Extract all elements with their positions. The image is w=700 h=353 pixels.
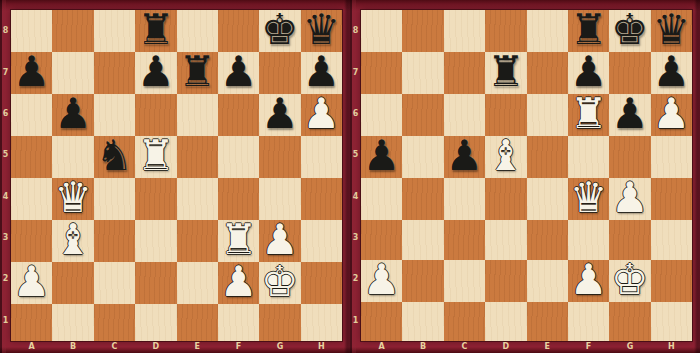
left-square-f7[interactable]: ♟: [218, 52, 259, 94]
right-square-d1[interactable]: [485, 302, 526, 342]
left-rank-label-1: 1: [0, 300, 11, 341]
left-square-b6[interactable]: ♟: [52, 94, 93, 136]
right-square-h7[interactable]: ♟: [651, 52, 692, 94]
right-square-f5[interactable]: [568, 136, 609, 178]
piece-white-rook[interactable]: ♜: [137, 135, 175, 177]
piece-white-pawn[interactable]: ♟: [363, 259, 401, 301]
left-square-d3[interactable]: [135, 220, 176, 262]
right-rank-label-7: 7: [350, 51, 361, 92]
piece-white-queen[interactable]: ♛: [54, 177, 92, 219]
left-square-c1[interactable]: [94, 304, 135, 341]
left-square-f8[interactable]: [218, 10, 259, 52]
right-square-d4[interactable]: [485, 178, 526, 220]
right-square-c4[interactable]: [444, 178, 485, 220]
left-square-b1[interactable]: [52, 304, 93, 341]
left-file-label-f: F: [218, 341, 259, 352]
right-square-h2[interactable]: [651, 260, 692, 302]
left-square-d5[interactable]: ♜: [135, 136, 176, 178]
right-square-g7[interactable]: [609, 52, 650, 94]
left-square-d8[interactable]: ♜: [135, 10, 176, 52]
right-square-e8[interactable]: [527, 10, 568, 52]
left-square-f2[interactable]: ♟: [218, 262, 259, 304]
right-square-a5[interactable]: ♟: [361, 136, 402, 178]
left-square-a7[interactable]: ♟: [11, 52, 52, 94]
right-square-b2[interactable]: [402, 260, 443, 302]
left-rank-label-7: 7: [0, 51, 11, 92]
right-square-g6[interactable]: ♟: [609, 94, 650, 136]
left-square-h4[interactable]: [301, 178, 342, 220]
left-square-e6[interactable]: [177, 94, 218, 136]
right-rank-label-4: 4: [350, 176, 361, 217]
right-square-d8[interactable]: [485, 10, 526, 52]
right-square-h1[interactable]: [651, 302, 692, 342]
right-file-label-e: E: [527, 341, 568, 352]
left-square-d4[interactable]: [135, 178, 176, 220]
piece-black-pawn[interactable]: ♟: [652, 51, 690, 93]
right-file-label-h: H: [651, 341, 692, 352]
piece-white-king[interactable]: ♚: [261, 261, 299, 303]
left-rank-label-3: 3: [0, 217, 11, 258]
right-square-e7[interactable]: [527, 52, 568, 94]
right-square-c3[interactable]: [444, 220, 485, 260]
right-rank-label-5: 5: [350, 134, 361, 175]
left-square-b4[interactable]: ♛: [52, 178, 93, 220]
left-square-d1[interactable]: [135, 304, 176, 341]
left-square-h3[interactable]: [301, 220, 342, 262]
left-rank-label-8: 8: [0, 10, 11, 51]
right-square-g5[interactable]: [609, 136, 650, 178]
left-square-g7[interactable]: [259, 52, 300, 94]
left-square-e7[interactable]: ♜: [177, 52, 218, 94]
right-square-b1[interactable]: [402, 302, 443, 342]
right-square-d6[interactable]: [485, 94, 526, 136]
right-square-a1[interactable]: [361, 302, 402, 342]
right-square-f8[interactable]: ♜: [568, 10, 609, 52]
left-square-f4[interactable]: [218, 178, 259, 220]
left-square-b5[interactable]: [52, 136, 93, 178]
right-file-label-f: F: [568, 341, 609, 352]
piece-white-pawn[interactable]: ♟: [302, 93, 340, 135]
right-square-h5[interactable]: [651, 136, 692, 178]
left-rank-label-2: 2: [0, 258, 11, 299]
left-square-a5[interactable]: [11, 136, 52, 178]
left-file-label-b: B: [52, 341, 93, 352]
right-square-f1[interactable]: [568, 302, 609, 342]
left-square-f6[interactable]: [218, 94, 259, 136]
left-square-a2[interactable]: ♟: [11, 262, 52, 304]
piece-white-pawn[interactable]: ♟: [261, 219, 299, 261]
right-file-label-a: A: [361, 341, 402, 352]
left-file-label-a: A: [11, 341, 52, 352]
double-chess-diagram: 87654321♜♚♛♟♟♜♟♟♟♟♟♞♜♛♝♜♟♟♟♚ABCDEFGH8765…: [0, 0, 700, 353]
right-square-a7[interactable]: [361, 52, 402, 94]
left-board-grid: ♜♚♛♟♟♜♟♟♟♟♟♞♜♛♝♜♟♟♟♚: [11, 10, 342, 341]
left-square-e1[interactable]: [177, 304, 218, 341]
right-square-c7[interactable]: [444, 52, 485, 94]
piece-black-rook[interactable]: ♜: [487, 51, 525, 93]
left-file-label-c: C: [94, 341, 135, 352]
right-square-c5[interactable]: ♟: [444, 136, 485, 178]
left-square-g1[interactable]: [259, 304, 300, 341]
left-square-e5[interactable]: [177, 136, 218, 178]
left-square-g5[interactable]: [259, 136, 300, 178]
left-square-d6[interactable]: [135, 94, 176, 136]
left-square-c3[interactable]: [94, 220, 135, 262]
left-square-h2[interactable]: [301, 262, 342, 304]
right-square-e1[interactable]: [527, 302, 568, 342]
right-square-b3[interactable]: [402, 220, 443, 260]
right-square-g1[interactable]: [609, 302, 650, 342]
left-square-c2[interactable]: [94, 262, 135, 304]
right-square-b4[interactable]: [402, 178, 443, 220]
piece-black-pawn[interactable]: ♟: [137, 51, 175, 93]
piece-white-bishop[interactable]: ♝: [487, 135, 525, 177]
left-file-label-g: G: [259, 341, 300, 352]
right-rank-label-1: 1: [350, 300, 361, 341]
left-square-e3[interactable]: [177, 220, 218, 262]
piece-black-rook[interactable]: ♜: [570, 9, 608, 51]
piece-black-king[interactable]: ♚: [611, 9, 649, 51]
right-square-e5[interactable]: [527, 136, 568, 178]
left-square-b8[interactable]: [52, 10, 93, 52]
piece-black-pawn[interactable]: ♟: [302, 51, 340, 93]
left-file-label-h: H: [301, 341, 342, 352]
piece-black-pawn[interactable]: ♟: [220, 51, 258, 93]
right-square-d5[interactable]: ♝: [485, 136, 526, 178]
left-square-c6[interactable]: [94, 94, 135, 136]
piece-white-pawn[interactable]: ♟: [220, 261, 258, 303]
right-square-a2[interactable]: ♟: [361, 260, 402, 302]
left-square-f1[interactable]: [218, 304, 259, 341]
left-file-label-d: D: [135, 341, 176, 352]
right-square-a4[interactable]: [361, 178, 402, 220]
left-square-g3[interactable]: ♟: [259, 220, 300, 262]
left-square-h8[interactable]: ♛: [301, 10, 342, 52]
left-square-g6[interactable]: ♟: [259, 94, 300, 136]
left-file-labels: ABCDEFGH: [11, 341, 342, 352]
right-square-d3[interactable]: [485, 220, 526, 260]
right-square-b8[interactable]: [402, 10, 443, 52]
right-square-h8[interactable]: ♛: [651, 10, 692, 52]
right-square-e2[interactable]: [527, 260, 568, 302]
left-square-b3[interactable]: ♝: [52, 220, 93, 262]
left-square-a6[interactable]: [11, 94, 52, 136]
right-square-e4[interactable]: [527, 178, 568, 220]
left-square-f3[interactable]: ♜: [218, 220, 259, 262]
left-square-h6[interactable]: ♟: [301, 94, 342, 136]
left-square-d7[interactable]: ♟: [135, 52, 176, 94]
chessboard-right: 87654321♜♚♛♜♟♟♜♟♟♟♟♝♛♟♟♟♚ABCDEFGH: [350, 0, 700, 353]
right-square-g2[interactable]: ♚: [609, 260, 650, 302]
right-square-c1[interactable]: [444, 302, 485, 342]
right-square-c6[interactable]: [444, 94, 485, 136]
piece-black-pawn[interactable]: ♟: [611, 93, 649, 135]
piece-white-pawn[interactable]: ♟: [13, 261, 51, 303]
right-file-label-c: C: [444, 341, 485, 352]
left-square-a3[interactable]: [11, 220, 52, 262]
left-square-a8[interactable]: [11, 10, 52, 52]
right-square-a6[interactable]: [361, 94, 402, 136]
left-square-f5[interactable]: [218, 136, 259, 178]
piece-black-pawn[interactable]: ♟: [446, 135, 484, 177]
right-file-label-d: D: [485, 341, 526, 352]
piece-white-bishop[interactable]: ♝: [54, 219, 92, 261]
right-square-a8[interactable]: [361, 10, 402, 52]
right-square-e6[interactable]: [527, 94, 568, 136]
piece-white-pawn[interactable]: ♟: [611, 177, 649, 219]
piece-black-pawn[interactable]: ♟: [54, 93, 92, 135]
piece-white-pawn[interactable]: ♟: [652, 93, 690, 135]
left-square-g2[interactable]: ♚: [259, 262, 300, 304]
right-square-e3[interactable]: [527, 220, 568, 260]
left-rank-labels: 87654321: [0, 10, 11, 341]
right-square-g8[interactable]: ♚: [609, 10, 650, 52]
left-square-d2[interactable]: [135, 262, 176, 304]
left-square-h5[interactable]: [301, 136, 342, 178]
right-file-labels: ABCDEFGH: [361, 341, 692, 352]
left-square-e4[interactable]: [177, 178, 218, 220]
left-square-a4[interactable]: [11, 178, 52, 220]
right-square-b7[interactable]: [402, 52, 443, 94]
right-rank-label-2: 2: [350, 258, 361, 299]
left-square-b2[interactable]: [52, 262, 93, 304]
left-square-c4[interactable]: [94, 178, 135, 220]
left-rank-label-6: 6: [0, 93, 11, 134]
left-square-b7[interactable]: [52, 52, 93, 94]
right-square-f7[interactable]: ♟: [568, 52, 609, 94]
piece-black-pawn[interactable]: ♟: [570, 51, 608, 93]
right-square-h4[interactable]: [651, 178, 692, 220]
piece-black-pawn[interactable]: ♟: [13, 51, 51, 93]
right-rank-labels: 87654321: [350, 10, 361, 341]
right-file-label-g: G: [609, 341, 650, 352]
left-square-c7[interactable]: [94, 52, 135, 94]
piece-white-rook[interactable]: ♜: [570, 93, 608, 135]
right-square-g4[interactable]: ♟: [609, 178, 650, 220]
left-file-label-e: E: [177, 341, 218, 352]
right-square-b6[interactable]: [402, 94, 443, 136]
piece-white-queen[interactable]: ♛: [570, 177, 608, 219]
left-square-h1[interactable]: [301, 304, 342, 341]
right-square-h3[interactable]: [651, 220, 692, 260]
right-board-grid: ♜♚♛♜♟♟♜♟♟♟♟♝♛♟♟♟♚: [361, 10, 692, 341]
piece-black-knight[interactable]: ♞: [96, 135, 134, 177]
right-square-f4[interactable]: ♛: [568, 178, 609, 220]
left-square-h7[interactable]: ♟: [301, 52, 342, 94]
piece-black-rook[interactable]: ♜: [178, 51, 216, 93]
left-square-e8[interactable]: [177, 10, 218, 52]
right-square-c2[interactable]: [444, 260, 485, 302]
right-square-d2[interactable]: [485, 260, 526, 302]
right-square-d7[interactable]: ♜: [485, 52, 526, 94]
right-square-b5[interactable]: [402, 136, 443, 178]
piece-white-king[interactable]: ♚: [611, 259, 649, 301]
piece-white-pawn[interactable]: ♟: [570, 259, 608, 301]
chessboard-left: 87654321♜♚♛♟♟♜♟♟♟♟♟♞♜♛♝♜♟♟♟♚ABCDEFGH: [0, 0, 350, 353]
right-file-label-b: B: [402, 341, 443, 352]
right-rank-label-8: 8: [350, 10, 361, 51]
right-square-c8[interactable]: [444, 10, 485, 52]
piece-black-queen[interactable]: ♛: [302, 9, 340, 51]
piece-black-king[interactable]: ♚: [261, 9, 299, 51]
left-square-c8[interactable]: [94, 10, 135, 52]
right-square-f6[interactable]: ♜: [568, 94, 609, 136]
piece-white-rook[interactable]: ♜: [220, 219, 258, 261]
right-rank-label-6: 6: [350, 93, 361, 134]
left-square-c5[interactable]: ♞: [94, 136, 135, 178]
left-square-e2[interactable]: [177, 262, 218, 304]
right-rank-label-3: 3: [350, 217, 361, 258]
piece-black-pawn[interactable]: ♟: [363, 135, 401, 177]
left-rank-label-5: 5: [0, 134, 11, 175]
right-square-f2[interactable]: ♟: [568, 260, 609, 302]
piece-black-queen[interactable]: ♛: [652, 9, 690, 51]
left-square-g8[interactable]: ♚: [259, 10, 300, 52]
left-square-g4[interactable]: [259, 178, 300, 220]
left-square-a1[interactable]: [11, 304, 52, 341]
left-rank-label-4: 4: [0, 176, 11, 217]
right-square-h6[interactable]: ♟: [651, 94, 692, 136]
piece-black-pawn[interactable]: ♟: [261, 93, 299, 135]
piece-black-rook[interactable]: ♜: [137, 9, 175, 51]
